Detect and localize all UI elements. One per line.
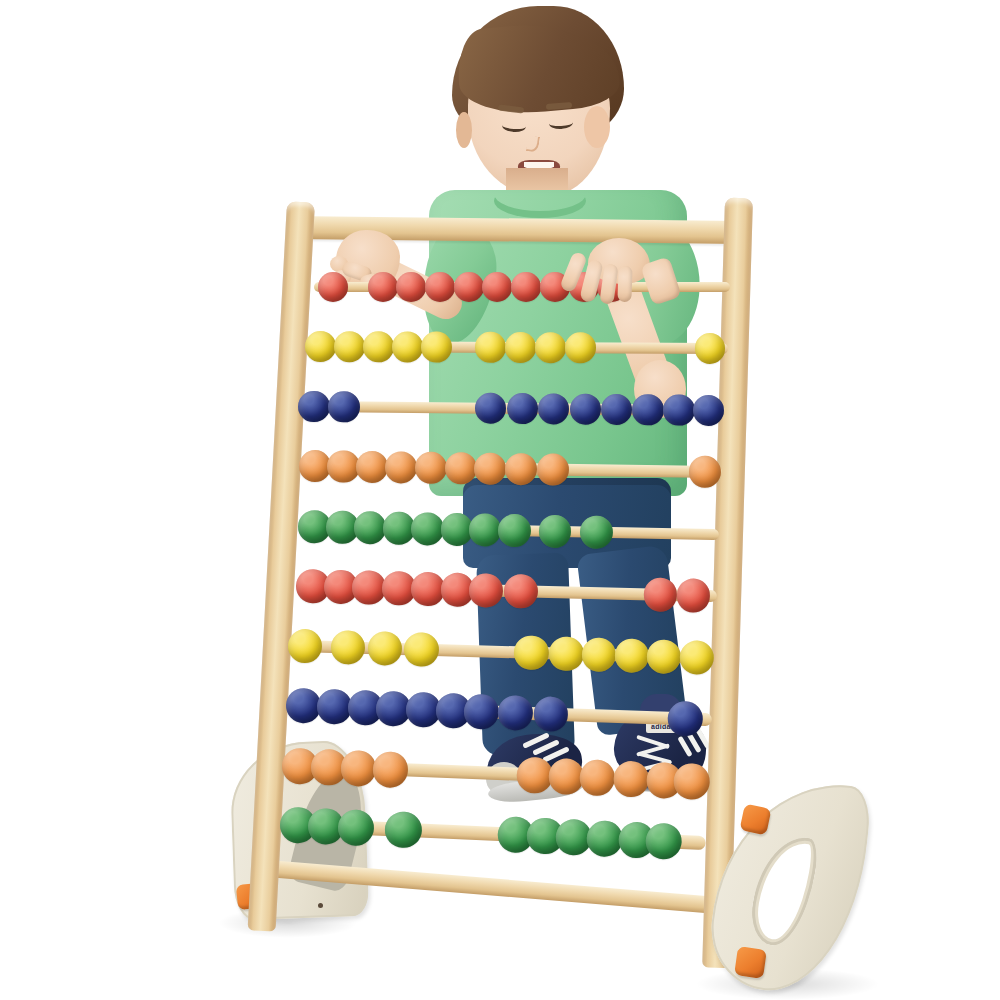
blue-bead — [692, 395, 724, 427]
red-bead — [368, 272, 398, 302]
red-bead — [454, 272, 484, 302]
product-photo-stage: adidas — [0, 0, 1000, 1000]
yellow-bead — [363, 332, 394, 363]
child-tshirt-collar — [494, 184, 586, 218]
yellow-bead — [694, 333, 725, 364]
yellow-bead — [614, 638, 649, 673]
green-bead — [538, 514, 571, 547]
orange-bead — [415, 452, 448, 485]
green-bead — [337, 809, 375, 847]
finger — [617, 266, 632, 302]
yellow-bead — [334, 332, 365, 363]
bead-rod-3-blue — [309, 391, 724, 426]
yellow-bead — [581, 637, 616, 672]
orange-bead — [340, 749, 377, 786]
blue-bead — [569, 393, 601, 425]
yellow-bead — [549, 636, 584, 671]
red-bead — [676, 578, 710, 612]
blue-bead — [506, 393, 538, 425]
red-bead — [504, 574, 538, 608]
blue-bead — [632, 394, 664, 426]
blue-bead — [537, 393, 569, 425]
orange-bead — [579, 759, 616, 796]
yellow-bead — [514, 635, 549, 670]
red-bead — [643, 578, 677, 612]
blue-bead — [316, 689, 352, 725]
yellow-bead — [367, 631, 402, 666]
red-bead — [411, 572, 445, 606]
right-foot-bottom-knob — [734, 946, 767, 979]
blue-bead — [600, 394, 632, 426]
orange-bead — [474, 453, 507, 486]
yellow-bead — [475, 332, 506, 363]
blue-bead — [667, 701, 703, 737]
yellow-bead — [404, 632, 439, 667]
yellow-bead — [535, 333, 566, 364]
blue-bead — [463, 694, 499, 730]
blue-bead — [663, 394, 695, 426]
green-bead — [411, 512, 444, 545]
orange-bead — [613, 760, 650, 797]
yellow-bead — [505, 332, 536, 363]
red-bead — [396, 272, 426, 302]
child-right-ear — [584, 106, 610, 148]
yellow-bead — [421, 332, 452, 363]
blue-bead — [532, 696, 568, 732]
green-bead — [469, 513, 502, 546]
red-bead — [425, 272, 455, 302]
blue-bead — [497, 695, 533, 731]
green-bead — [580, 515, 613, 548]
red-bead — [469, 573, 503, 607]
yellow-bead — [305, 331, 336, 362]
yellow-bead — [679, 640, 714, 675]
orange-bead — [445, 452, 478, 485]
green-bead — [498, 514, 531, 547]
green-bead — [353, 511, 386, 544]
orange-bead — [372, 751, 409, 788]
child-left-hand — [558, 236, 673, 314]
blue-bead — [474, 393, 506, 425]
yellow-bead — [565, 333, 596, 364]
yellow-bead — [287, 628, 322, 663]
orange-bead — [505, 453, 538, 486]
blue-bead — [328, 391, 360, 423]
orange-bead — [356, 451, 389, 484]
screw — [318, 903, 323, 908]
yellow-bead — [646, 639, 681, 674]
bead-rod-4-orange — [307, 450, 722, 488]
orange-bead — [385, 451, 418, 484]
orange-bead — [537, 454, 570, 487]
blue-bead — [298, 391, 330, 423]
orange-bead — [689, 456, 722, 489]
child-left-ear — [456, 112, 472, 148]
bead-rod-2-yellow — [312, 331, 728, 364]
red-bead — [482, 272, 512, 302]
right-foot-cutout — [746, 830, 821, 950]
green-bead — [645, 823, 683, 861]
orange-bead — [674, 762, 711, 799]
red-bead — [318, 272, 348, 302]
red-bead — [511, 272, 541, 302]
yellow-bead — [392, 332, 423, 363]
green-bead — [385, 811, 423, 849]
yellow-bead — [330, 630, 365, 665]
